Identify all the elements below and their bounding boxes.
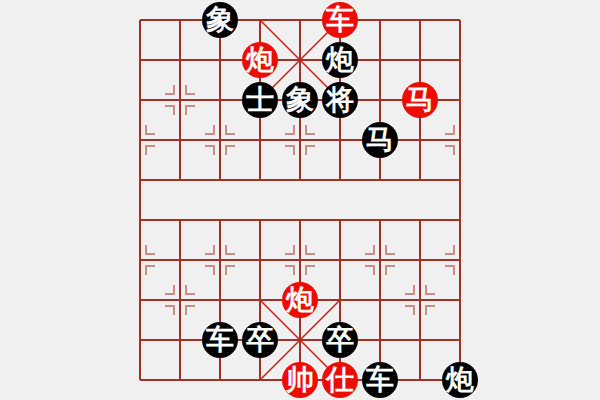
point-mark <box>305 245 315 255</box>
piece-black-horse[interactable]: 马 <box>362 122 398 158</box>
point-mark <box>285 145 295 155</box>
point-mark <box>445 125 455 135</box>
point-f4r7: 炮 <box>280 280 320 320</box>
point-f0r2 <box>120 80 160 120</box>
point-f6r7 <box>360 280 400 320</box>
point-f2r5 <box>200 200 240 240</box>
point-f2r9 <box>200 360 240 400</box>
point-mark <box>365 245 375 255</box>
point-f4r9: 帅 <box>280 360 320 400</box>
piece-red-cannon[interactable]: 炮 <box>282 282 318 318</box>
point-f5r7 <box>320 280 360 320</box>
point-f8r3 <box>440 120 480 160</box>
point-f3r6 <box>240 240 280 280</box>
point-f8r4 <box>440 160 480 200</box>
point-f1r3 <box>160 120 200 160</box>
point-f8r6 <box>440 240 480 280</box>
point-f6r1 <box>360 40 400 80</box>
point-f2r6 <box>200 240 240 280</box>
point-f0r7 <box>120 280 160 320</box>
point-f0r0 <box>120 0 160 40</box>
point-f1r1 <box>160 40 200 80</box>
point-mark <box>225 245 235 255</box>
point-f4r1 <box>280 40 320 80</box>
point-mark <box>225 145 235 155</box>
point-mark <box>445 145 455 155</box>
piece-black-soldier[interactable]: 卒 <box>242 322 278 358</box>
point-f7r0 <box>400 0 440 40</box>
piece-red-cannon[interactable]: 炮 <box>242 42 278 78</box>
piece-black-cannon[interactable]: 炮 <box>322 42 358 78</box>
point-f2r1 <box>200 40 240 80</box>
point-mark <box>225 265 235 275</box>
point-mark <box>205 245 215 255</box>
xiangqi-board: 象车炮炮士象将马马炮车卒卒帅仕车炮 <box>140 20 460 380</box>
point-f2r8: 车 <box>200 320 240 360</box>
piece-black-advisor[interactable]: 士 <box>242 82 278 118</box>
point-f1r8 <box>160 320 200 360</box>
point-mark <box>385 245 395 255</box>
point-mark <box>145 265 155 275</box>
piece-black-chariot[interactable]: 车 <box>202 322 238 358</box>
point-mark <box>305 125 315 135</box>
point-f6r5 <box>360 200 400 240</box>
point-f3r5 <box>240 200 280 240</box>
point-f7r2: 马 <box>400 80 440 120</box>
point-f5r9: 仕 <box>320 360 360 400</box>
point-mark <box>225 125 235 135</box>
point-mark <box>185 105 195 115</box>
point-mark <box>405 305 415 315</box>
point-mark <box>205 265 215 275</box>
point-f7r9 <box>400 360 440 400</box>
point-f0r4 <box>120 160 160 200</box>
point-mark <box>165 105 175 115</box>
point-f6r9: 车 <box>360 360 400 400</box>
piece-black-chariot[interactable]: 车 <box>362 362 398 398</box>
point-mark <box>405 285 415 295</box>
point-f1r0 <box>160 0 200 40</box>
point-f7r1 <box>400 40 440 80</box>
point-f4r6 <box>280 240 320 280</box>
point-f7r4 <box>400 160 440 200</box>
point-f1r2 <box>160 80 200 120</box>
point-mark <box>145 145 155 155</box>
point-f4r4 <box>280 160 320 200</box>
point-f1r6 <box>160 240 200 280</box>
point-f3r2: 士 <box>240 80 280 120</box>
point-f6r8 <box>360 320 400 360</box>
piece-red-chariot[interactable]: 车 <box>322 2 358 38</box>
point-mark <box>165 305 175 315</box>
piece-black-elephant[interactable]: 象 <box>202 2 238 38</box>
point-f3r9 <box>240 360 280 400</box>
point-f8r0 <box>440 0 480 40</box>
point-f4r8 <box>280 320 320 360</box>
point-f1r9 <box>160 360 200 400</box>
point-f2r2 <box>200 80 240 120</box>
piece-black-elephant[interactable]: 象 <box>282 82 318 118</box>
point-f6r6 <box>360 240 400 280</box>
point-mark <box>185 305 195 315</box>
point-f8r2 <box>440 80 480 120</box>
point-mark <box>305 265 315 275</box>
point-mark <box>285 265 295 275</box>
point-mark <box>285 125 295 135</box>
piece-black-general[interactable]: 将 <box>322 82 358 118</box>
xiangqi-diagram: 象车炮炮士象将马马炮车卒卒帅仕车炮 <box>0 0 600 400</box>
point-f8r8 <box>440 320 480 360</box>
point-f3r7 <box>240 280 280 320</box>
point-f4r5 <box>280 200 320 240</box>
piece-red-general[interactable]: 帅 <box>282 362 318 398</box>
point-mark <box>365 265 375 275</box>
board-points: 象车炮炮士象将马马炮车卒卒帅仕车炮 <box>120 0 480 400</box>
point-mark <box>205 145 215 155</box>
point-f2r3 <box>200 120 240 160</box>
point-f2r4 <box>200 160 240 200</box>
point-f7r3 <box>400 120 440 160</box>
point-f4r2: 象 <box>280 80 320 120</box>
point-f0r6 <box>120 240 160 280</box>
point-f6r2 <box>360 80 400 120</box>
point-mark <box>425 285 435 295</box>
piece-black-soldier[interactable]: 卒 <box>322 322 358 358</box>
point-f4r3 <box>280 120 320 160</box>
point-mark <box>285 245 295 255</box>
point-f8r1 <box>440 40 480 80</box>
point-f0r5 <box>120 200 160 240</box>
point-f5r2: 将 <box>320 80 360 120</box>
point-f5r0: 车 <box>320 0 360 40</box>
piece-black-cannon[interactable]: 炮 <box>442 362 478 398</box>
point-f5r5 <box>320 200 360 240</box>
point-f1r4 <box>160 160 200 200</box>
point-mark <box>445 245 455 255</box>
point-f5r3 <box>320 120 360 160</box>
point-mark <box>425 305 435 315</box>
point-f0r8 <box>120 320 160 360</box>
piece-red-horse[interactable]: 马 <box>402 82 438 118</box>
point-f8r7 <box>440 280 480 320</box>
point-mark <box>165 85 175 95</box>
point-mark <box>185 85 195 95</box>
point-mark <box>185 285 195 295</box>
point-mark <box>305 145 315 155</box>
point-f6r4 <box>360 160 400 200</box>
point-f5r1: 炮 <box>320 40 360 80</box>
point-mark <box>165 285 175 295</box>
point-mark <box>145 125 155 135</box>
point-f2r7 <box>200 280 240 320</box>
point-f1r5 <box>160 200 200 240</box>
point-f3r0 <box>240 0 280 40</box>
point-f7r8 <box>400 320 440 360</box>
point-f7r7 <box>400 280 440 320</box>
point-f8r5 <box>440 200 480 240</box>
point-f0r3 <box>120 120 160 160</box>
point-mark <box>205 125 215 135</box>
point-f7r5 <box>400 200 440 240</box>
point-mark <box>445 265 455 275</box>
point-f5r6 <box>320 240 360 280</box>
point-f8r9: 炮 <box>440 360 480 400</box>
point-f5r8: 卒 <box>320 320 360 360</box>
point-f3r3 <box>240 120 280 160</box>
point-f0r9 <box>120 360 160 400</box>
point-f6r3: 马 <box>360 120 400 160</box>
point-f7r6 <box>400 240 440 280</box>
point-f4r0 <box>280 0 320 40</box>
point-f3r8: 卒 <box>240 320 280 360</box>
point-f1r7 <box>160 280 200 320</box>
piece-red-advisor[interactable]: 仕 <box>322 362 358 398</box>
point-f2r0: 象 <box>200 0 240 40</box>
point-mark <box>385 265 395 275</box>
point-f6r0 <box>360 0 400 40</box>
point-mark <box>145 245 155 255</box>
point-f3r4 <box>240 160 280 200</box>
point-f3r1: 炮 <box>240 40 280 80</box>
point-f5r4 <box>320 160 360 200</box>
point-f0r1 <box>120 40 160 80</box>
